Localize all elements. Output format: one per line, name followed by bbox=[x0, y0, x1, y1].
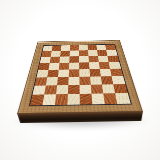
square-e2 bbox=[80, 84, 92, 93]
square-e7 bbox=[79, 50, 89, 56]
chess-board-frame bbox=[17, 40, 143, 114]
square-c7 bbox=[60, 50, 70, 56]
square-b3 bbox=[45, 77, 57, 85]
board-perspective-wrap bbox=[15, 0, 143, 114]
square-c1 bbox=[55, 94, 68, 104]
square-e6 bbox=[79, 55, 89, 61]
square-h1 bbox=[115, 93, 130, 103]
square-d7 bbox=[69, 50, 79, 56]
square-c3 bbox=[57, 77, 69, 85]
square-c4 bbox=[58, 69, 69, 77]
square-d3 bbox=[68, 76, 79, 84]
chessboard-photo bbox=[0, 0, 160, 160]
board-pinstripe-border bbox=[28, 43, 131, 105]
square-h8 bbox=[105, 44, 115, 50]
square-b1 bbox=[42, 94, 56, 104]
square-b2 bbox=[44, 85, 57, 94]
square-h6 bbox=[108, 55, 119, 61]
board-grid bbox=[30, 44, 131, 105]
square-d4 bbox=[69, 69, 80, 77]
square-h4 bbox=[110, 68, 122, 76]
square-h7 bbox=[106, 49, 117, 55]
square-e5 bbox=[79, 62, 89, 69]
square-h3 bbox=[112, 76, 125, 84]
square-d8 bbox=[70, 44, 79, 50]
square-d5 bbox=[69, 62, 79, 69]
board-tilt-group bbox=[0, 0, 160, 160]
square-d2 bbox=[68, 85, 80, 94]
square-d1 bbox=[67, 94, 80, 104]
square-h2 bbox=[114, 84, 128, 93]
square-e1 bbox=[80, 93, 93, 103]
square-c6 bbox=[59, 56, 69, 63]
square-e4 bbox=[79, 69, 90, 77]
square-h5 bbox=[109, 61, 121, 68]
square-c5 bbox=[59, 62, 70, 69]
square-c2 bbox=[56, 85, 68, 94]
square-e3 bbox=[79, 76, 90, 84]
square-c8 bbox=[61, 45, 70, 51]
square-d6 bbox=[69, 56, 79, 62]
